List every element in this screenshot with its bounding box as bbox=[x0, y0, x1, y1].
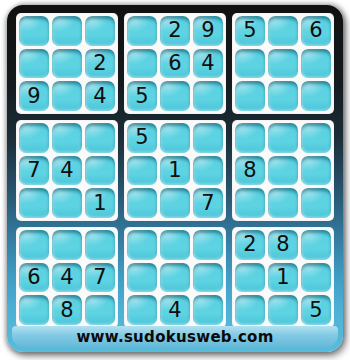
cell-r7c4[interactable] bbox=[127, 230, 157, 260]
cell-r2c4[interactable] bbox=[127, 49, 157, 79]
cell-r1c8[interactable] bbox=[268, 16, 298, 46]
cell-r6c4[interactable] bbox=[127, 188, 157, 218]
cell-r8c1[interactable]: 6 bbox=[19, 263, 49, 293]
cell-r4c6[interactable] bbox=[193, 123, 223, 153]
cell-r1c9[interactable]: 6 bbox=[301, 16, 331, 46]
cell-r3c3[interactable]: 4 bbox=[85, 81, 115, 111]
cell-r2c1[interactable] bbox=[19, 49, 49, 79]
cell-r7c8[interactable]: 8 bbox=[268, 230, 298, 260]
cell-r5c1[interactable]: 7 bbox=[19, 156, 49, 186]
cell-r2c7[interactable] bbox=[235, 49, 265, 79]
cell-r7c3[interactable] bbox=[85, 230, 115, 260]
cell-r6c1[interactable] bbox=[19, 188, 49, 218]
sudoku-board: 29429645567415178647842815 www.sudokuswe… bbox=[7, 5, 343, 352]
cell-r1c7[interactable]: 5 bbox=[235, 16, 265, 46]
sudoku-page: 29429645567415178647842815 www.sudokuswe… bbox=[0, 0, 350, 360]
cell-r9c8[interactable] bbox=[268, 295, 298, 325]
cell-r3c9[interactable] bbox=[301, 81, 331, 111]
cell-r4c2[interactable] bbox=[52, 123, 82, 153]
footer-bar: www.sudokusweb.com bbox=[12, 326, 338, 348]
cell-r4c1[interactable] bbox=[19, 123, 49, 153]
cell-r5c4[interactable] bbox=[127, 156, 157, 186]
cell-r7c5[interactable] bbox=[160, 230, 190, 260]
cell-r3c8[interactable] bbox=[268, 81, 298, 111]
cell-r8c3[interactable]: 7 bbox=[85, 263, 115, 293]
cell-r5c3[interactable] bbox=[85, 156, 115, 186]
cell-r2c3[interactable]: 2 bbox=[85, 49, 115, 79]
cell-r5c2[interactable]: 4 bbox=[52, 156, 82, 186]
website-url[interactable]: www.sudokusweb.com bbox=[76, 328, 273, 346]
cell-r4c7[interactable] bbox=[235, 123, 265, 153]
cell-r2c5[interactable]: 6 bbox=[160, 49, 190, 79]
cell-r5c8[interactable] bbox=[268, 156, 298, 186]
cell-r5c6[interactable] bbox=[193, 156, 223, 186]
cell-r5c5[interactable]: 1 bbox=[160, 156, 190, 186]
cell-r5c9[interactable] bbox=[301, 156, 331, 186]
cell-r6c9[interactable] bbox=[301, 188, 331, 218]
block-2-2: 517 bbox=[124, 120, 226, 221]
cell-r9c1[interactable] bbox=[19, 295, 49, 325]
cell-r6c8[interactable] bbox=[268, 188, 298, 218]
block-1-3: 56 bbox=[232, 13, 334, 114]
block-3-3: 2815 bbox=[232, 227, 334, 328]
cell-r9c2[interactable]: 8 bbox=[52, 295, 82, 325]
block-1-2: 29645 bbox=[124, 13, 226, 114]
block-2-1: 741 bbox=[16, 120, 118, 221]
cell-r6c6[interactable]: 7 bbox=[193, 188, 223, 218]
cell-r9c4[interactable] bbox=[127, 295, 157, 325]
block-3-2: 4 bbox=[124, 227, 226, 328]
cell-r4c8[interactable] bbox=[268, 123, 298, 153]
cell-r6c5[interactable] bbox=[160, 188, 190, 218]
cell-r2c8[interactable] bbox=[268, 49, 298, 79]
cell-r1c5[interactable]: 2 bbox=[160, 16, 190, 46]
cell-r8c9[interactable] bbox=[301, 263, 331, 293]
cell-r7c6[interactable] bbox=[193, 230, 223, 260]
cell-r4c9[interactable] bbox=[301, 123, 331, 153]
cell-r6c2[interactable] bbox=[52, 188, 82, 218]
cell-r9c3[interactable] bbox=[85, 295, 115, 325]
cell-r2c6[interactable]: 4 bbox=[193, 49, 223, 79]
cell-r9c7[interactable] bbox=[235, 295, 265, 325]
cell-r4c4[interactable]: 5 bbox=[127, 123, 157, 153]
cell-r7c2[interactable] bbox=[52, 230, 82, 260]
cell-r8c5[interactable] bbox=[160, 263, 190, 293]
cell-r1c2[interactable] bbox=[52, 16, 82, 46]
cell-r3c7[interactable] bbox=[235, 81, 265, 111]
cell-r8c2[interactable]: 4 bbox=[52, 263, 82, 293]
cell-r8c4[interactable] bbox=[127, 263, 157, 293]
cell-r7c9[interactable] bbox=[301, 230, 331, 260]
sudoku-grid: 29429645567415178647842815 bbox=[16, 13, 334, 328]
cell-r1c6[interactable]: 9 bbox=[193, 16, 223, 46]
cell-r5c7[interactable]: 8 bbox=[235, 156, 265, 186]
cell-r6c3[interactable]: 1 bbox=[85, 188, 115, 218]
cell-r1c1[interactable] bbox=[19, 16, 49, 46]
cell-r4c5[interactable] bbox=[160, 123, 190, 153]
cell-r2c2[interactable] bbox=[52, 49, 82, 79]
cell-r6c7[interactable] bbox=[235, 188, 265, 218]
cell-r9c5[interactable]: 4 bbox=[160, 295, 190, 325]
cell-r4c3[interactable] bbox=[85, 123, 115, 153]
cell-r2c9[interactable] bbox=[301, 49, 331, 79]
cell-r3c1[interactable]: 9 bbox=[19, 81, 49, 111]
cell-r3c5[interactable] bbox=[160, 81, 190, 111]
cell-r8c7[interactable] bbox=[235, 263, 265, 293]
cell-r1c4[interactable] bbox=[127, 16, 157, 46]
cell-r9c9[interactable]: 5 bbox=[301, 295, 331, 325]
cell-r1c3[interactable] bbox=[85, 16, 115, 46]
cell-r7c7[interactable]: 2 bbox=[235, 230, 265, 260]
block-3-1: 6478 bbox=[16, 227, 118, 328]
block-1-1: 294 bbox=[16, 13, 118, 114]
cell-r3c2[interactable] bbox=[52, 81, 82, 111]
cell-r3c6[interactable] bbox=[193, 81, 223, 111]
cell-r8c6[interactable] bbox=[193, 263, 223, 293]
cell-r7c1[interactable] bbox=[19, 230, 49, 260]
cell-r8c8[interactable]: 1 bbox=[268, 263, 298, 293]
block-2-3: 8 bbox=[232, 120, 334, 221]
cell-r9c6[interactable] bbox=[193, 295, 223, 325]
cell-r3c4[interactable]: 5 bbox=[127, 81, 157, 111]
